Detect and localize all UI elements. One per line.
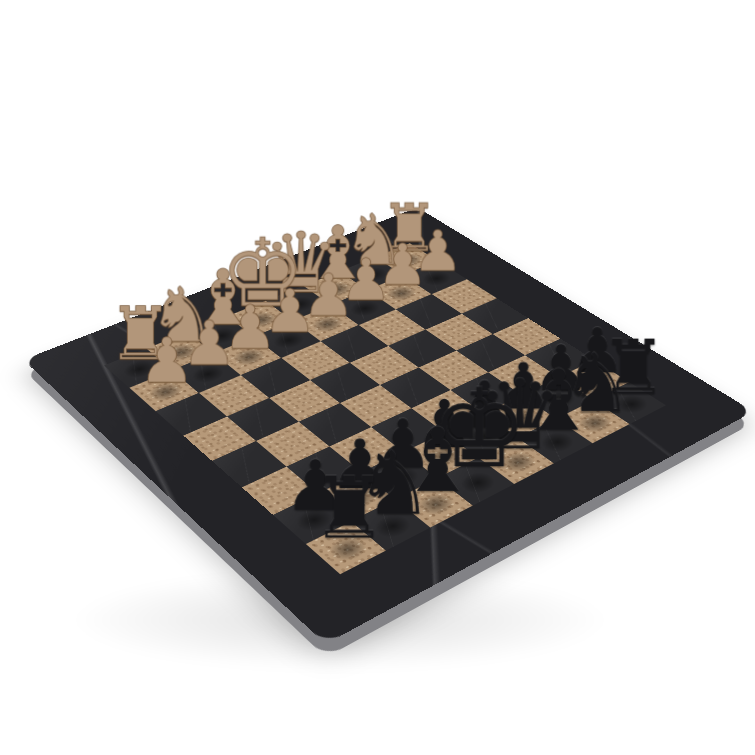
piece-shadow [260, 325, 318, 357]
square-c4[interactable] [388, 330, 456, 368]
piece-shadow [272, 289, 328, 319]
square-a4[interactable] [462, 298, 528, 334]
square-g3[interactable] [199, 375, 269, 416]
piece-white-bishop-c1[interactable]: ♝ [305, 217, 371, 290]
piece-white-pawn-e2[interactable]: ♟ [263, 281, 316, 341]
scene: ♜♞♝♚♛♝♞♜♟♟♟♟♟♟♟♟♟♟♟♟♟♟♟♟♜♞♝♚♛♝♞♜ [0, 0, 755, 755]
square-b1[interactable]: ♞ [340, 257, 403, 290]
square-f2[interactable]: ♟ [214, 337, 282, 375]
piece-white-rook-a1[interactable]: ♜ [380, 195, 439, 261]
square-h2[interactable]: ♟ [129, 370, 199, 411]
piece-shadow [309, 275, 365, 304]
piece-white-pawn-c2[interactable]: ♟ [340, 251, 392, 309]
piece-shadow [409, 264, 464, 292]
square-e3[interactable] [281, 341, 349, 380]
piece-shadow [373, 279, 429, 308]
piece-shadow [337, 294, 394, 324]
piece-white-king-e1[interactable]: ♚ [220, 226, 305, 320]
piece-white-pawn-a2[interactable]: ♟ [413, 223, 463, 279]
piece-white-pawn-h2[interactable]: ♟ [139, 330, 195, 392]
piece-white-queen-d1[interactable]: ♛ [263, 221, 338, 305]
piece-shadow [233, 305, 290, 336]
piece-white-knight-b1[interactable]: ♞ [343, 205, 406, 275]
square-f1[interactable]: ♝ [187, 316, 253, 353]
square-b3[interactable] [396, 294, 462, 329]
piece-shadow [346, 260, 401, 288]
product-photo-stage: ♜♞♝♚♛♝♞♜♟♟♟♟♟♟♟♟♟♟♟♟♟♟♟♟♜♞♝♚♛♝♞♜ [0, 0, 755, 755]
square-a2[interactable]: ♟ [403, 261, 467, 294]
square-e2[interactable]: ♟ [254, 321, 321, 358]
piece-white-pawn-b2[interactable]: ♟ [377, 237, 428, 294]
square-b4[interactable] [426, 314, 493, 351]
square-a1[interactable]: ♜ [375, 243, 437, 275]
square-b2[interactable]: ♟ [367, 275, 431, 309]
piece-shadow [381, 247, 435, 274]
square-a3[interactable] [432, 279, 497, 313]
square-f3[interactable] [241, 358, 310, 398]
piece-shadow [220, 341, 279, 374]
piece-white-pawn-d2[interactable]: ♟ [302, 266, 355, 325]
piece-black-rook-h8[interactable]: ♜ [311, 465, 387, 550]
square-c3[interactable] [359, 309, 426, 345]
square-d4[interactable] [350, 346, 419, 385]
square-c2[interactable]: ♟ [331, 290, 396, 325]
square-d3[interactable] [321, 325, 389, 363]
square-e1[interactable]: ♚ [227, 301, 293, 337]
square-d1[interactable]: ♛ [266, 286, 331, 321]
square-d2[interactable]: ♟ [293, 305, 359, 341]
square-h8[interactable]: ♜ [306, 521, 386, 574]
piece-white-pawn-f2[interactable]: ♟ [223, 297, 277, 358]
board-marble-frame: ♜♞♝♚♛♝♞♜♟♟♟♟♟♟♟♟♟♟♟♟♟♟♟♟♜♞♝♚♛♝♞♜ [23, 207, 753, 644]
square-c1[interactable]: ♝ [303, 271, 367, 305]
chess-board: ♜♞♝♚♛♝♞♜♟♟♟♟♟♟♟♟♟♟♟♟♟♟♟♟♜♞♝♚♛♝♞♜ [23, 207, 753, 644]
piece-white-bishop-f1[interactable]: ♝ [189, 260, 258, 337]
piece-shadow [193, 320, 251, 352]
piece-shadow [299, 309, 357, 340]
